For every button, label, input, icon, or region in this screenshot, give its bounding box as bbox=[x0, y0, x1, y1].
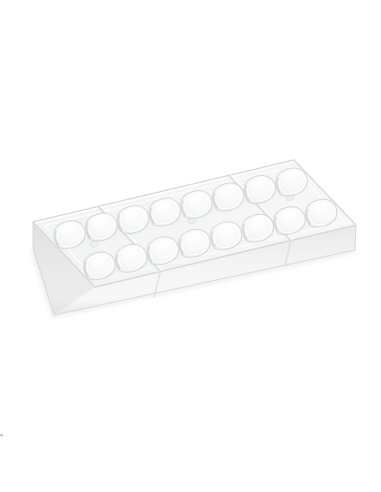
edge-artifact bbox=[0, 434, 3, 437]
product-photo: Clear polycarbonate chocolate mould tray… bbox=[0, 0, 381, 492]
chocolate-mould-tray bbox=[0, 0, 381, 492]
